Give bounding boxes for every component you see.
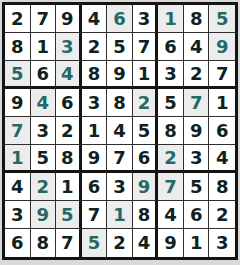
cell-r6c5[interactable]: 7 <box>107 145 133 173</box>
cell-r3c2[interactable]: 6 <box>31 61 57 89</box>
cell-r4c5[interactable]: 8 <box>107 89 133 117</box>
cell-r8c6[interactable]: 8 <box>133 201 159 229</box>
cell-r2c4[interactable]: 2 <box>82 33 108 61</box>
cell-r1c3[interactable]: 9 <box>56 5 82 33</box>
cell-r5c8[interactable]: 9 <box>184 117 210 145</box>
cell-r1c4[interactable]: 4 <box>82 5 108 33</box>
cell-r4c8[interactable]: 7 <box>184 89 210 117</box>
cell-r9c7[interactable]: 9 <box>158 229 184 257</box>
cell-r4c4[interactable]: 3 <box>82 89 108 117</box>
cell-r8c4[interactable]: 7 <box>82 201 108 229</box>
cell-r5c1[interactable]: 7 <box>5 117 31 145</box>
cell-r3c9[interactable]: 7 <box>209 61 235 89</box>
cell-r1c1[interactable]: 2 <box>5 5 31 33</box>
cell-r7c2[interactable]: 2 <box>31 173 57 201</box>
cell-r7c3[interactable]: 1 <box>56 173 82 201</box>
cell-r7c1[interactable]: 4 <box>5 173 31 201</box>
cell-r6c6[interactable]: 6 <box>133 145 159 173</box>
cell-r2c6[interactable]: 7 <box>133 33 159 61</box>
cell-r1c2[interactable]: 7 <box>31 5 57 33</box>
cell-r2c9[interactable]: 9 <box>209 33 235 61</box>
cell-r7c8[interactable]: 5 <box>184 173 210 201</box>
cell-r9c3[interactable]: 7 <box>56 229 82 257</box>
cell-r9c9[interactable]: 3 <box>209 229 235 257</box>
cell-r9c1[interactable]: 6 <box>5 229 31 257</box>
cell-r3c7[interactable]: 3 <box>158 61 184 89</box>
cell-r4c2[interactable]: 4 <box>31 89 57 117</box>
cell-r2c8[interactable]: 4 <box>184 33 210 61</box>
cell-r7c9[interactable]: 8 <box>209 173 235 201</box>
cell-r5c3[interactable]: 2 <box>56 117 82 145</box>
cell-r8c9[interactable]: 2 <box>209 201 235 229</box>
sudoku-board: 2794631858132576495648913279463825717321… <box>2 2 238 260</box>
cell-r8c2[interactable]: 9 <box>31 201 57 229</box>
cell-r3c3[interactable]: 4 <box>56 61 82 89</box>
cell-r6c7[interactable]: 2 <box>158 145 184 173</box>
cell-r1c9[interactable]: 5 <box>209 5 235 33</box>
cell-r7c5[interactable]: 3 <box>107 173 133 201</box>
cell-r8c1[interactable]: 3 <box>5 201 31 229</box>
cell-r3c6[interactable]: 1 <box>133 61 159 89</box>
cell-r2c7[interactable]: 6 <box>158 33 184 61</box>
cell-r9c8[interactable]: 1 <box>184 229 210 257</box>
cell-r4c1[interactable]: 9 <box>5 89 31 117</box>
cell-r1c8[interactable]: 8 <box>184 5 210 33</box>
cell-r4c9[interactable]: 1 <box>209 89 235 117</box>
cell-r4c3[interactable]: 6 <box>56 89 82 117</box>
cell-r6c8[interactable]: 3 <box>184 145 210 173</box>
cell-r6c1[interactable]: 1 <box>5 145 31 173</box>
cell-r8c5[interactable]: 1 <box>107 201 133 229</box>
cell-r3c8[interactable]: 2 <box>184 61 210 89</box>
cell-r7c4[interactable]: 6 <box>82 173 108 201</box>
cell-r7c6[interactable]: 9 <box>133 173 159 201</box>
cell-r5c4[interactable]: 1 <box>82 117 108 145</box>
cell-r4c6[interactable]: 2 <box>133 89 159 117</box>
cell-r2c1[interactable]: 8 <box>5 33 31 61</box>
cell-r5c5[interactable]: 4 <box>107 117 133 145</box>
cell-r7c7[interactable]: 7 <box>158 173 184 201</box>
cell-r9c6[interactable]: 4 <box>133 229 159 257</box>
cell-r2c2[interactable]: 1 <box>31 33 57 61</box>
cell-r6c9[interactable]: 4 <box>209 145 235 173</box>
cell-r6c3[interactable]: 8 <box>56 145 82 173</box>
cell-r8c3[interactable]: 5 <box>56 201 82 229</box>
cell-r5c7[interactable]: 8 <box>158 117 184 145</box>
cell-r5c6[interactable]: 5 <box>133 117 159 145</box>
cell-r9c2[interactable]: 8 <box>31 229 57 257</box>
cell-r3c4[interactable]: 8 <box>82 61 108 89</box>
cell-r8c8[interactable]: 6 <box>184 201 210 229</box>
cell-r6c2[interactable]: 5 <box>31 145 57 173</box>
cell-r3c5[interactable]: 9 <box>107 61 133 89</box>
cell-r8c7[interactable]: 4 <box>158 201 184 229</box>
cell-r2c5[interactable]: 5 <box>107 33 133 61</box>
cell-r6c4[interactable]: 9 <box>82 145 108 173</box>
cell-r1c5[interactable]: 6 <box>107 5 133 33</box>
cell-r2c3[interactable]: 3 <box>56 33 82 61</box>
cell-r9c4[interactable]: 5 <box>82 229 108 257</box>
cell-r9c5[interactable]: 2 <box>107 229 133 257</box>
cell-r1c6[interactable]: 3 <box>133 5 159 33</box>
cell-r4c7[interactable]: 5 <box>158 89 184 117</box>
cell-r1c7[interactable]: 1 <box>158 5 184 33</box>
cell-r3c1[interactable]: 5 <box>5 61 31 89</box>
cell-r5c9[interactable]: 6 <box>209 117 235 145</box>
cell-r5c2[interactable]: 3 <box>31 117 57 145</box>
